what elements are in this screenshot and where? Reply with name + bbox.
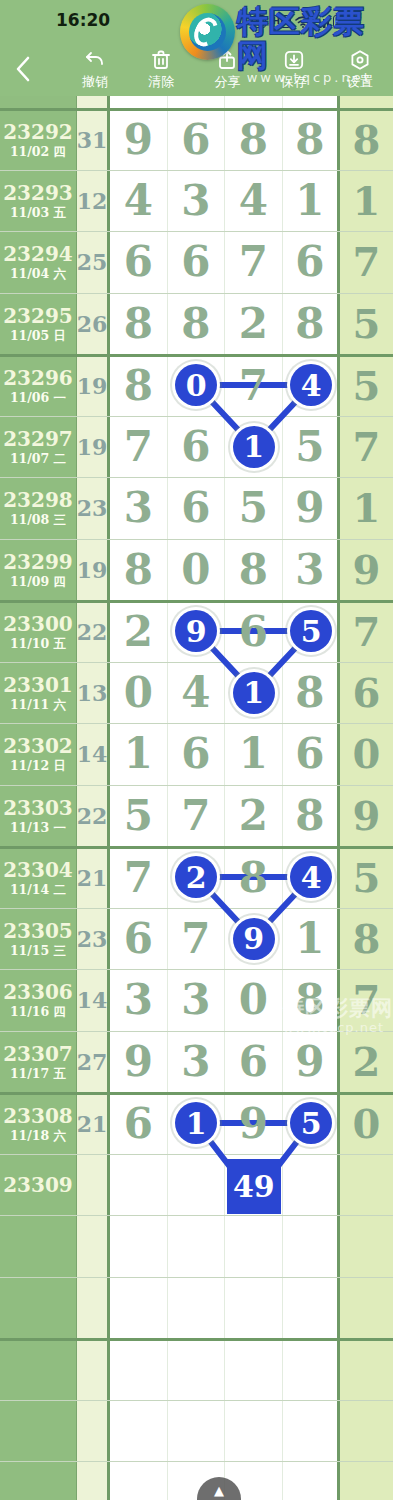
circle-marker[interactable]: 5 bbox=[290, 1102, 332, 1144]
circle-marker[interactable]: 9 bbox=[233, 918, 275, 960]
status-icons: N HD bbox=[252, 15, 357, 28]
circle-marker[interactable]: 9 bbox=[175, 610, 217, 652]
undo-arrow-icon bbox=[83, 48, 107, 72]
share-icon bbox=[215, 48, 239, 72]
circle-marker[interactable]: 1 bbox=[175, 1102, 217, 1144]
save-button[interactable]: 保存 bbox=[263, 44, 325, 89]
status-time: 16:20 bbox=[56, 10, 110, 30]
toolbar-label: 清除 bbox=[148, 74, 174, 89]
toolbar-label: 保存 bbox=[281, 74, 307, 89]
trend-table: 特区彩票网 www.tqcp.net 2329211/02 四319688823… bbox=[0, 96, 393, 1500]
toolbar: 撤销清除分享保存设置 bbox=[0, 44, 393, 96]
toolbar-label: 设置 bbox=[347, 74, 373, 89]
download-icon bbox=[282, 48, 306, 72]
wifi-icon bbox=[295, 15, 311, 28]
circle-marker[interactable]: 5 bbox=[290, 610, 332, 652]
hexagon-gear-icon bbox=[348, 48, 372, 72]
hd-badge-icon: HD bbox=[270, 15, 291, 28]
clear-button[interactable]: 清除 bbox=[130, 44, 192, 89]
circle-marker[interactable]: 0 bbox=[175, 364, 217, 406]
nfc-icon: N bbox=[252, 15, 266, 28]
back-button[interactable] bbox=[12, 54, 40, 84]
circle-marker[interactable]: 1 bbox=[233, 672, 275, 714]
undo-button[interactable]: 撤销 bbox=[64, 44, 126, 89]
up-triangle-icon: ▲ bbox=[214, 1484, 224, 1500]
circle-marker[interactable]: 4 bbox=[290, 364, 332, 406]
prediction-square[interactable]: 49 bbox=[227, 1159, 281, 1214]
circle-marker[interactable]: 4 bbox=[290, 856, 332, 898]
signal-icon bbox=[315, 16, 329, 28]
chevron-left-icon bbox=[12, 54, 36, 84]
toolbar-label: 撤销 bbox=[82, 74, 108, 89]
trash-icon bbox=[149, 48, 173, 72]
circle-marker[interactable]: 1 bbox=[233, 426, 275, 468]
battery-icon bbox=[333, 15, 357, 28]
app-screen: 16:20 N HD 特区彩票网 www.tqcp.net 撤销清除分享保存设置 bbox=[0, 0, 393, 1500]
settings-button[interactable]: 设置 bbox=[329, 44, 391, 89]
share-button[interactable]: 分享 bbox=[196, 44, 258, 89]
circle-marker[interactable]: 2 bbox=[175, 856, 217, 898]
toolbar-label: 分享 bbox=[214, 74, 240, 89]
